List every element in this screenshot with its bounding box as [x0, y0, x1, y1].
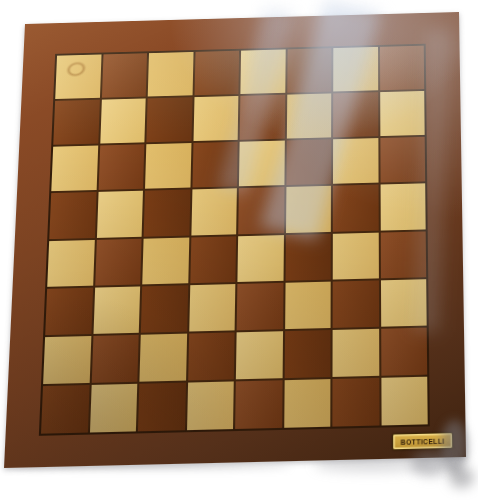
- board-square: [379, 46, 424, 91]
- board-square: [190, 236, 236, 283]
- board-square: [141, 285, 188, 333]
- board-square: [332, 329, 378, 377]
- board-square: [188, 332, 235, 380]
- board-square: [381, 327, 428, 375]
- board-square: [51, 146, 97, 192]
- board-square: [146, 97, 192, 142]
- board-square: [47, 239, 94, 286]
- board-square: [139, 333, 186, 381]
- board-square: [286, 186, 331, 232]
- board-square: [91, 335, 138, 383]
- board-square: [191, 189, 237, 235]
- board-square: [380, 279, 426, 327]
- board-square: [193, 96, 238, 141]
- board-square: [380, 231, 426, 278]
- board-square: [194, 51, 239, 96]
- board-square: [89, 384, 137, 433]
- board-square: [237, 235, 283, 282]
- chess-board: [39, 44, 430, 436]
- board-square: [240, 95, 285, 140]
- board-square: [380, 137, 425, 183]
- board-square: [333, 185, 378, 231]
- board-square: [285, 233, 331, 280]
- board-square: [45, 287, 92, 335]
- board-square: [236, 331, 283, 379]
- board-square: [187, 381, 234, 430]
- board-square: [381, 377, 428, 426]
- board-square: [192, 142, 238, 188]
- board-square: [235, 380, 282, 429]
- board-square: [98, 145, 144, 191]
- board-square: [93, 286, 140, 334]
- board-square: [240, 49, 285, 94]
- board-square: [95, 238, 142, 285]
- board-square: [239, 141, 284, 187]
- board-square: [380, 91, 425, 136]
- board-square: [284, 379, 331, 428]
- brand-label: BOTTICELLI: [401, 437, 445, 445]
- brand-plaque: BOTTICELLI: [392, 432, 453, 450]
- board-square: [286, 94, 331, 139]
- board-square: [144, 190, 190, 236]
- board-square: [53, 100, 99, 145]
- board-square: [142, 237, 189, 284]
- board-square: [333, 232, 379, 279]
- board-square: [287, 48, 332, 93]
- board-square: [148, 52, 193, 97]
- board-square: [333, 47, 377, 92]
- board-square: [333, 138, 378, 184]
- board-square: [96, 191, 143, 237]
- board-square: [41, 385, 89, 434]
- board-square: [332, 378, 379, 427]
- board-square: [138, 382, 186, 431]
- board-frame: BOTTICELLI: [4, 12, 466, 468]
- board-square: [189, 284, 236, 332]
- board-square: [101, 53, 147, 98]
- blur-shadow: [449, 467, 474, 488]
- board-square: [55, 54, 101, 99]
- board-square: [43, 336, 91, 384]
- board-square: [238, 187, 284, 233]
- board-square: [145, 143, 191, 189]
- board-square: [237, 282, 283, 330]
- board-square: [49, 192, 96, 238]
- board-square: [285, 281, 331, 329]
- product-photo: BOTTICELLI: [0, 0, 478, 500]
- board-square: [286, 140, 331, 186]
- board-square: [380, 184, 426, 230]
- board-square: [284, 330, 330, 378]
- board-square: [333, 92, 378, 137]
- board-square: [100, 99, 146, 144]
- board-square: [333, 280, 379, 328]
